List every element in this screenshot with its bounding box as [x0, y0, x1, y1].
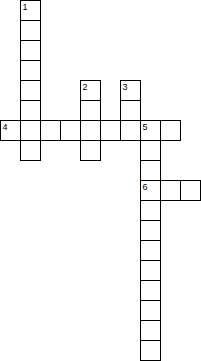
- grid-cell-r11c7[interactable]: [140, 220, 161, 241]
- grid-cell-r7c1[interactable]: [20, 140, 41, 161]
- grid-cell-r4c1[interactable]: [20, 80, 41, 101]
- grid-cell-r9c9[interactable]: [180, 180, 201, 201]
- crossword-board: 123456: [0, 0, 201, 361]
- grid-cell-r6c5[interactable]: [100, 120, 121, 141]
- grid-cell-r12c7[interactable]: [140, 240, 161, 261]
- clue-number-5: 5: [143, 122, 148, 132]
- grid-cell-r5c1[interactable]: [20, 100, 41, 121]
- grid-cell-r8c7[interactable]: [140, 160, 161, 181]
- grid-cell-r6c6[interactable]: [120, 120, 141, 141]
- grid-cell-r1c1[interactable]: [20, 20, 41, 41]
- grid-cell-r4c4[interactable]: 2: [80, 80, 101, 101]
- grid-cell-r3c1[interactable]: [20, 60, 41, 81]
- grid-cell-r10c7[interactable]: [140, 200, 161, 221]
- grid-cell-r2c1[interactable]: [20, 40, 41, 61]
- grid-cell-r0c1[interactable]: 1: [20, 0, 41, 21]
- grid-cell-r6c3[interactable]: [60, 120, 81, 141]
- clue-number-6: 6: [143, 182, 148, 192]
- clue-number-4: 4: [3, 122, 8, 132]
- clue-number-3: 3: [123, 82, 128, 92]
- grid-cell-r5c6[interactable]: [120, 100, 141, 121]
- clue-number-1: 1: [23, 2, 28, 12]
- grid-cell-r6c1[interactable]: [20, 120, 41, 141]
- grid-cell-r6c8[interactable]: [160, 120, 181, 141]
- grid-cell-r6c4[interactable]: [80, 120, 101, 141]
- grid-cell-r14c7[interactable]: [140, 280, 161, 301]
- grid-cell-r9c8[interactable]: [160, 180, 181, 201]
- grid-cell-r4c6[interactable]: 3: [120, 80, 141, 101]
- grid-cell-r16c7[interactable]: [140, 320, 161, 341]
- grid-cell-r6c0[interactable]: 4: [0, 120, 21, 141]
- grid-cell-r13c7[interactable]: [140, 260, 161, 281]
- grid-cell-r17c7[interactable]: [140, 340, 161, 361]
- grid-cell-r6c2[interactable]: [40, 120, 61, 141]
- grid-cell-r7c4[interactable]: [80, 140, 101, 161]
- clue-number-2: 2: [83, 82, 88, 92]
- grid-cell-r5c4[interactable]: [80, 100, 101, 121]
- grid-cell-r9c7[interactable]: 6: [140, 180, 161, 201]
- grid-cell-r15c7[interactable]: [140, 300, 161, 321]
- grid-cell-r7c7[interactable]: [140, 140, 161, 161]
- grid-cell-r6c7[interactable]: 5: [140, 120, 161, 141]
